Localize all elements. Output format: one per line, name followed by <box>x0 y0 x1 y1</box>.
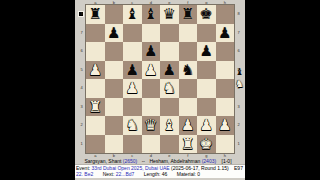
square-f1: ♜ <box>179 135 198 154</box>
square-c5: ♟ <box>123 61 142 80</box>
square-e6 <box>160 42 179 61</box>
square-b5 <box>105 61 124 80</box>
black-pawn: ♟ <box>197 42 216 61</box>
game-caption: Sargsyan, Shant (2650) -- Hesham, Abdelr… <box>75 158 245 180</box>
square-f8: ♜ <box>179 5 198 24</box>
square-d6: ♟ <box>142 42 161 61</box>
rank-label-2: 2 <box>236 116 241 135</box>
rank-labels-left: 87654321 <box>79 5 84 153</box>
square-d8: ♝ <box>142 5 161 24</box>
square-a7 <box>86 24 105 43</box>
square-c1 <box>123 135 142 154</box>
square-h5 <box>216 61 235 80</box>
white-king: ♚ <box>197 135 216 154</box>
square-g8: ♚ <box>197 5 216 24</box>
length-value: 46 <box>162 171 168 177</box>
white-pawn: ♟ <box>86 61 105 80</box>
square-g7 <box>197 24 216 43</box>
rank-label-4: 4 <box>79 79 84 98</box>
square-d3 <box>142 98 161 117</box>
square-c6 <box>123 42 142 61</box>
rank-label-8: 8 <box>79 5 84 24</box>
black-pawn: ♟ <box>142 42 161 61</box>
square-f7 <box>179 24 198 43</box>
square-g3 <box>197 98 216 117</box>
square-f2: ♟ <box>179 116 198 135</box>
square-e4: ♞ <box>160 79 179 98</box>
rank-label-7: 7 <box>79 24 84 43</box>
square-g1: ♚ <box>197 135 216 154</box>
square-e1 <box>160 135 179 154</box>
caption-box: Event: 33rd Dubai Open 2025, Dubai UAE (… <box>75 164 245 178</box>
next-move: 22...Bd7 <box>116 171 135 177</box>
white-rook: ♜ <box>179 135 198 154</box>
white-pawn: ♟ <box>142 61 161 80</box>
square-g5 <box>197 61 216 80</box>
rank-label-1: 1 <box>79 135 84 154</box>
white-knight: ♞ <box>160 79 179 98</box>
square-h8 <box>216 5 235 24</box>
square-d7 <box>142 24 161 43</box>
video-frame-content: abcdefgh 87654321 87654321 ♜♝♝♛♜♚♟♟♟♟♟♟♟… <box>75 0 245 180</box>
black-queen: ♛ <box>160 5 179 24</box>
material-difference-tray: ♝ ♞ <box>234 66 245 90</box>
white-player-elo: (2650) <box>123 158 137 164</box>
white-player-name: Sargsyan, Shant <box>84 158 121 164</box>
square-b8 <box>105 5 124 24</box>
square-c8: ♝ <box>123 5 142 24</box>
square-e8: ♛ <box>160 5 179 24</box>
black-king: ♚ <box>197 5 216 24</box>
square-a2 <box>86 116 105 135</box>
square-h4 <box>216 79 235 98</box>
square-d2: ♛ <box>142 116 161 135</box>
white-pawn: ♟ <box>216 116 235 135</box>
black-pawn: ♟ <box>105 24 124 43</box>
rank-label-1: 1 <box>236 135 241 154</box>
square-e7 <box>160 24 179 43</box>
white-extra-knight-icon: ♞ <box>234 78 245 90</box>
square-c2: ♞ <box>123 116 142 135</box>
rank-label-6: 6 <box>79 42 84 61</box>
black-knight: ♞ <box>179 61 198 80</box>
white-pawn: ♟ <box>197 116 216 135</box>
white-pawn: ♟ <box>179 116 198 135</box>
white-pawn: ♟ <box>123 79 142 98</box>
players-separator: -- <box>139 158 148 164</box>
black-bishop: ♝ <box>142 5 161 24</box>
rank-label-3: 3 <box>79 98 84 117</box>
square-b2 <box>105 116 124 135</box>
square-f6 <box>179 42 198 61</box>
black-rook: ♜ <box>179 5 198 24</box>
square-f5: ♞ <box>179 61 198 80</box>
material-label: Material: <box>177 171 196 177</box>
next-label: Next: <box>103 171 115 177</box>
game-result: [1-0] <box>218 158 236 164</box>
rank-label-2: 2 <box>79 116 84 135</box>
white-rook: ♜ <box>86 98 105 117</box>
players-line: Sargsyan, Shant (2650) -- Hesham, Abdelr… <box>75 158 245 164</box>
square-b3 <box>105 98 124 117</box>
black-bishop: ♝ <box>123 5 142 24</box>
black-rook: ♜ <box>86 5 105 24</box>
square-h3 <box>216 98 235 117</box>
square-d5: ♟ <box>142 61 161 80</box>
square-b7: ♟ <box>105 24 124 43</box>
rank-label-7: 7 <box>236 24 241 43</box>
square-b6 <box>105 42 124 61</box>
square-h1 <box>216 135 235 154</box>
square-h6 <box>216 42 235 61</box>
square-d4 <box>142 79 161 98</box>
square-h2: ♟ <box>216 116 235 135</box>
square-e3 <box>160 98 179 117</box>
square-g6: ♟ <box>197 42 216 61</box>
square-a4 <box>86 79 105 98</box>
rank-label-3: 3 <box>236 98 241 117</box>
square-g4 <box>197 79 216 98</box>
white-queen: ♛ <box>142 116 161 135</box>
last-move: 22. Be2 <box>76 171 93 177</box>
length-label: Length: <box>144 171 161 177</box>
square-f3 <box>179 98 198 117</box>
black-extra-bishop-icon: ♝ <box>234 66 245 78</box>
white-bishop: ♝ <box>160 116 179 135</box>
square-a6 <box>86 42 105 61</box>
square-b1 <box>105 135 124 154</box>
square-c3 <box>123 98 142 117</box>
square-a5: ♟ <box>86 61 105 80</box>
material-value: 0 <box>197 171 200 177</box>
square-a1 <box>86 135 105 154</box>
square-e2: ♝ <box>160 116 179 135</box>
black-player-elo: (2403) <box>202 158 216 164</box>
square-g2: ♟ <box>197 116 216 135</box>
square-b4 <box>105 79 124 98</box>
square-h7: ♟ <box>216 24 235 43</box>
white-knight: ♞ <box>123 116 142 135</box>
square-e5: ♟ <box>160 61 179 80</box>
square-a8: ♜ <box>86 5 105 24</box>
rank-label-6: 6 <box>236 42 241 61</box>
square-d1 <box>142 135 161 154</box>
square-f4 <box>179 79 198 98</box>
square-c4: ♟ <box>123 79 142 98</box>
black-player-name: Hesham, Abdelrahman <box>149 158 200 164</box>
black-pawn: ♟ <box>123 61 142 80</box>
moves-line: 22. Be2 Next: 22...Bd7 Length: 46 Materi… <box>76 171 244 177</box>
black-pawn: ♟ <box>216 24 235 43</box>
eco-code: E97 <box>230 165 244 171</box>
rank-label-5: 5 <box>79 61 84 80</box>
square-a3: ♜ <box>86 98 105 117</box>
black-pawn: ♟ <box>160 61 179 80</box>
rank-label-8: 8 <box>236 5 241 24</box>
chess-board: ♜♝♝♛♜♚♟♟♟♟♟♟♟♟♞♟♞♜♞♛♝♟♟♟♜♚ <box>86 5 234 153</box>
square-c7 <box>123 24 142 43</box>
